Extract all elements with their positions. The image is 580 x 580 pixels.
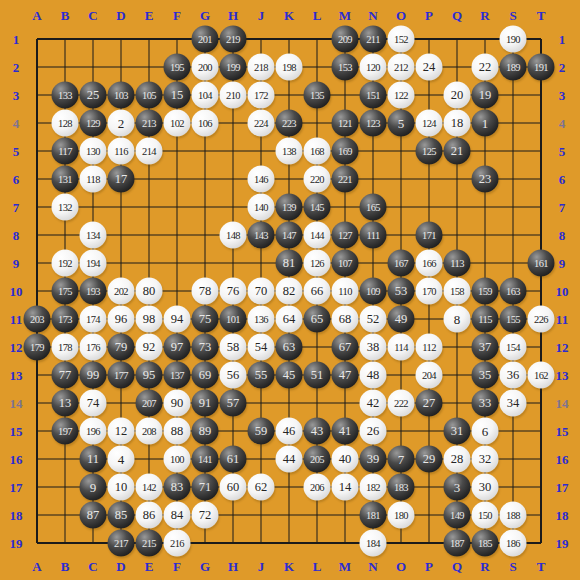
move-number: 184 <box>366 530 380 557</box>
move-number: 162 <box>534 362 548 389</box>
col-label-bottom-N: N <box>368 560 377 573</box>
stone-Q16: 28 <box>444 446 471 473</box>
move-number: 182 <box>366 474 380 501</box>
move-number: 181 <box>366 502 380 529</box>
stone-M5: 169 <box>332 138 359 165</box>
stone-R12: 37 <box>472 334 499 361</box>
move-number: 191 <box>534 54 548 81</box>
move-number: 180 <box>394 502 408 529</box>
move-number: 47 <box>339 362 352 389</box>
move-number: 96 <box>115 306 128 333</box>
move-number: 175 <box>58 278 72 305</box>
stone-N17: 182 <box>360 474 387 501</box>
stone-F15: 88 <box>164 418 191 445</box>
move-number: 142 <box>142 474 156 501</box>
col-label-top-E: E <box>145 9 154 22</box>
stone-B4: 128 <box>52 110 79 137</box>
move-number: 65 <box>311 306 324 333</box>
move-number: 198 <box>282 54 296 81</box>
move-number: 78 <box>199 278 212 305</box>
stone-Q5: 21 <box>444 138 471 165</box>
stone-H10: 76 <box>220 278 247 305</box>
stone-H1: 219 <box>220 26 247 53</box>
stone-E3: 105 <box>136 82 163 109</box>
stone-D4: 2 <box>108 110 135 137</box>
move-number: 84 <box>171 502 184 529</box>
row-label-right-3: 3 <box>559 89 566 102</box>
row-label-left-12: 12 <box>10 341 23 354</box>
stone-P14: 27 <box>416 390 443 417</box>
move-number: 59 <box>255 418 268 445</box>
stone-O11: 49 <box>388 306 415 333</box>
move-number: 112 <box>422 334 436 361</box>
stone-T9: 161 <box>528 250 555 277</box>
stone-F12: 97 <box>164 334 191 361</box>
move-number: 44 <box>283 446 296 473</box>
stone-J3: 172 <box>248 82 275 109</box>
move-number: 57 <box>227 390 240 417</box>
stone-Q17: 3 <box>444 474 471 501</box>
stone-P10: 170 <box>416 278 443 305</box>
col-label-top-C: C <box>88 9 97 22</box>
stone-P16: 29 <box>416 446 443 473</box>
stone-C17: 9 <box>80 474 107 501</box>
move-number: 210 <box>226 82 240 109</box>
move-number: 15 <box>171 82 184 109</box>
stone-N16: 39 <box>360 446 387 473</box>
move-number: 62 <box>255 474 268 501</box>
move-number: 73 <box>199 334 212 361</box>
stone-J6: 146 <box>248 166 275 193</box>
move-number: 188 <box>506 502 520 529</box>
stone-J7: 140 <box>248 194 275 221</box>
row-label-left-15: 15 <box>10 425 23 438</box>
stone-G3: 104 <box>192 82 219 109</box>
col-label-bottom-P: P <box>425 560 433 573</box>
stone-G10: 78 <box>192 278 219 305</box>
stone-F4: 102 <box>164 110 191 137</box>
move-number: 7 <box>398 446 405 473</box>
stone-G16: 141 <box>192 446 219 473</box>
row-label-left-1: 1 <box>13 33 20 46</box>
move-number: 6 <box>482 418 489 445</box>
stone-Q4: 18 <box>444 110 471 137</box>
move-number: 8 <box>454 306 461 333</box>
row-label-right-13: 13 <box>556 369 569 382</box>
stone-K13: 45 <box>276 362 303 389</box>
move-number: 125 <box>422 138 436 165</box>
move-number: 111 <box>366 222 379 249</box>
move-number: 69 <box>199 362 212 389</box>
move-number: 75 <box>199 306 212 333</box>
move-number: 113 <box>450 250 464 277</box>
stone-S14: 34 <box>500 390 527 417</box>
move-number: 165 <box>366 194 380 221</box>
stone-G15: 89 <box>192 418 219 445</box>
move-number: 140 <box>254 194 268 221</box>
stone-O9: 167 <box>388 250 415 277</box>
move-number: 40 <box>339 446 352 473</box>
move-number: 226 <box>534 306 548 333</box>
stone-O18: 180 <box>388 502 415 529</box>
stone-E11: 98 <box>136 306 163 333</box>
move-number: 150 <box>478 502 492 529</box>
stone-M17: 14 <box>332 474 359 501</box>
move-number: 163 <box>506 278 520 305</box>
row-label-right-18: 18 <box>556 509 569 522</box>
move-number: 34 <box>507 390 520 417</box>
col-label-top-N: N <box>368 9 377 22</box>
stone-C15: 196 <box>80 418 107 445</box>
move-number: 102 <box>170 110 184 137</box>
col-label-bottom-A: A <box>32 560 41 573</box>
stone-D3: 103 <box>108 82 135 109</box>
stone-F18: 84 <box>164 502 191 529</box>
stone-R17: 30 <box>472 474 499 501</box>
move-number: 46 <box>283 418 296 445</box>
stone-K11: 64 <box>276 306 303 333</box>
move-number: 55 <box>255 362 268 389</box>
col-label-bottom-L: L <box>313 560 322 573</box>
stone-R18: 150 <box>472 502 499 529</box>
move-number: 199 <box>226 54 240 81</box>
stone-F14: 90 <box>164 390 191 417</box>
move-number: 105 <box>142 82 156 109</box>
col-label-top-Q: Q <box>452 9 462 22</box>
stone-E19: 215 <box>136 530 163 557</box>
row-label-left-9: 9 <box>13 257 20 270</box>
move-number: 43 <box>311 418 324 445</box>
stone-F2: 195 <box>164 54 191 81</box>
stone-O12: 114 <box>388 334 415 361</box>
col-label-top-M: M <box>339 9 351 22</box>
move-number: 168 <box>310 138 324 165</box>
stone-R6: 23 <box>472 166 499 193</box>
move-number: 149 <box>450 502 464 529</box>
stone-S13: 36 <box>500 362 527 389</box>
move-number: 144 <box>310 222 324 249</box>
col-label-top-L: L <box>313 9 322 22</box>
stone-C6: 118 <box>80 166 107 193</box>
stone-E14: 207 <box>136 390 163 417</box>
stone-L8: 144 <box>304 222 331 249</box>
move-number: 31 <box>451 418 464 445</box>
move-number: 53 <box>395 278 408 305</box>
move-number: 171 <box>422 222 436 249</box>
move-number: 5 <box>398 110 405 137</box>
move-number: 91 <box>199 390 212 417</box>
move-number: 208 <box>142 418 156 445</box>
move-number: 51 <box>311 362 324 389</box>
stone-E5: 214 <box>136 138 163 165</box>
stone-N15: 26 <box>360 418 387 445</box>
move-number: 41 <box>339 418 352 445</box>
stone-G12: 73 <box>192 334 219 361</box>
move-number: 20 <box>451 82 464 109</box>
stone-N4: 123 <box>360 110 387 137</box>
move-number: 169 <box>338 138 352 165</box>
move-number: 201 <box>198 26 212 53</box>
stone-M9: 107 <box>332 250 359 277</box>
stone-P12: 112 <box>416 334 443 361</box>
col-label-top-K: K <box>284 9 294 22</box>
col-label-bottom-K: K <box>284 560 294 573</box>
stone-O14: 222 <box>388 390 415 417</box>
move-number: 127 <box>338 222 352 249</box>
move-number: 167 <box>394 250 408 277</box>
stone-P2: 24 <box>416 54 443 81</box>
col-label-bottom-T: T <box>537 560 546 573</box>
move-number: 204 <box>422 362 436 389</box>
stone-D19: 217 <box>108 530 135 557</box>
move-number: 2 <box>118 110 125 137</box>
move-number: 58 <box>227 334 240 361</box>
move-number: 132 <box>58 194 72 221</box>
col-label-top-G: G <box>200 9 210 22</box>
col-label-bottom-C: C <box>88 560 97 573</box>
move-number: 17 <box>115 166 128 193</box>
stone-L16: 205 <box>304 446 331 473</box>
stone-D17: 10 <box>108 474 135 501</box>
stone-S1: 190 <box>500 26 527 53</box>
stone-F13: 137 <box>164 362 191 389</box>
move-number: 223 <box>282 110 296 137</box>
move-number: 38 <box>367 334 380 361</box>
move-number: 28 <box>451 446 464 473</box>
move-number: 80 <box>143 278 156 305</box>
row-label-left-18: 18 <box>10 509 23 522</box>
move-number: 98 <box>143 306 156 333</box>
row-label-right-11: 11 <box>556 313 568 326</box>
stone-C14: 74 <box>80 390 107 417</box>
col-label-bottom-H: H <box>228 560 238 573</box>
move-number: 77 <box>59 362 72 389</box>
move-number: 179 <box>30 334 44 361</box>
move-number: 147 <box>282 222 296 249</box>
stone-Q10: 158 <box>444 278 471 305</box>
stone-J13: 55 <box>248 362 275 389</box>
move-number: 67 <box>339 334 352 361</box>
row-label-left-8: 8 <box>13 229 20 242</box>
move-number: 18 <box>451 110 464 137</box>
move-number: 146 <box>254 166 268 193</box>
move-number: 35 <box>479 362 492 389</box>
move-number: 14 <box>339 474 352 501</box>
move-number: 152 <box>394 26 408 53</box>
stone-R13: 35 <box>472 362 499 389</box>
move-number: 196 <box>86 418 100 445</box>
stone-G17: 71 <box>192 474 219 501</box>
move-number: 203 <box>30 306 44 333</box>
move-number: 100 <box>170 446 184 473</box>
stone-M1: 209 <box>332 26 359 53</box>
move-number: 217 <box>114 530 128 557</box>
stone-A12: 179 <box>24 334 51 361</box>
move-number: 79 <box>115 334 128 361</box>
stone-G1: 201 <box>192 26 219 53</box>
move-number: 219 <box>226 26 240 53</box>
stone-Q15: 31 <box>444 418 471 445</box>
move-number: 49 <box>395 306 408 333</box>
move-number: 36 <box>507 362 520 389</box>
stone-D12: 79 <box>108 334 135 361</box>
row-label-right-4: 4 <box>559 117 566 130</box>
move-number: 145 <box>310 194 324 221</box>
move-number: 174 <box>86 306 100 333</box>
col-label-top-J: J <box>258 9 265 22</box>
move-number: 143 <box>254 222 268 249</box>
move-number: 11 <box>87 446 99 473</box>
stone-P4: 124 <box>416 110 443 137</box>
stone-N14: 42 <box>360 390 387 417</box>
move-number: 99 <box>87 362 100 389</box>
row-label-left-14: 14 <box>10 397 23 410</box>
move-number: 107 <box>338 250 352 277</box>
row-label-right-15: 15 <box>556 425 569 438</box>
col-label-bottom-Q: Q <box>452 560 462 573</box>
stone-C12: 176 <box>80 334 107 361</box>
stone-B5: 117 <box>52 138 79 165</box>
move-number: 29 <box>423 446 436 473</box>
move-number: 39 <box>367 446 380 473</box>
stone-L11: 65 <box>304 306 331 333</box>
stone-L10: 66 <box>304 278 331 305</box>
col-label-top-F: F <box>173 9 181 22</box>
stone-N11: 52 <box>360 306 387 333</box>
stone-T2: 191 <box>528 54 555 81</box>
move-number: 13 <box>59 390 72 417</box>
stone-B3: 133 <box>52 82 79 109</box>
stone-R19: 185 <box>472 530 499 557</box>
row-label-right-12: 12 <box>556 341 569 354</box>
move-number: 42 <box>367 390 380 417</box>
move-number: 70 <box>255 278 268 305</box>
move-number: 90 <box>171 390 184 417</box>
move-number: 207 <box>142 390 156 417</box>
stone-G4: 106 <box>192 110 219 137</box>
row-label-left-16: 16 <box>10 453 23 466</box>
stone-B7: 132 <box>52 194 79 221</box>
move-number: 54 <box>255 334 268 361</box>
row-label-right-5: 5 <box>559 145 566 158</box>
col-label-bottom-M: M <box>339 560 351 573</box>
stone-G18: 72 <box>192 502 219 529</box>
move-number: 178 <box>58 334 72 361</box>
move-number: 130 <box>86 138 100 165</box>
move-number: 25 <box>87 82 100 109</box>
col-label-bottom-B: B <box>61 560 70 573</box>
go-board[interactable]: AABBCCDDEEFFGGHHJJKKLLMMNNOOPPQQRRSSTT11… <box>0 0 580 580</box>
stone-H13: 56 <box>220 362 247 389</box>
col-label-bottom-D: D <box>116 560 125 573</box>
move-number: 94 <box>171 306 184 333</box>
stone-B10: 175 <box>52 278 79 305</box>
col-label-bottom-R: R <box>480 560 489 573</box>
stone-H11: 101 <box>220 306 247 333</box>
stone-B15: 197 <box>52 418 79 445</box>
move-number: 158 <box>450 278 464 305</box>
stone-F17: 83 <box>164 474 191 501</box>
move-number: 104 <box>198 82 212 109</box>
stone-G11: 75 <box>192 306 219 333</box>
move-number: 117 <box>58 138 72 165</box>
move-number: 159 <box>478 278 492 305</box>
stone-M15: 41 <box>332 418 359 445</box>
col-label-bottom-G: G <box>200 560 210 573</box>
stone-O17: 183 <box>388 474 415 501</box>
move-number: 56 <box>227 362 240 389</box>
move-number: 172 <box>254 82 268 109</box>
move-number: 9 <box>90 474 97 501</box>
row-label-left-11: 11 <box>10 313 22 326</box>
row-label-left-6: 6 <box>13 173 20 186</box>
stone-E17: 142 <box>136 474 163 501</box>
move-number: 86 <box>143 502 156 529</box>
row-label-left-2: 2 <box>13 61 20 74</box>
col-label-top-P: P <box>425 9 433 22</box>
stone-L5: 168 <box>304 138 331 165</box>
move-number: 71 <box>199 474 212 501</box>
move-number: 37 <box>479 334 492 361</box>
move-number: 123 <box>366 110 380 137</box>
move-number: 81 <box>283 250 296 277</box>
move-number: 110 <box>338 278 352 305</box>
stone-Q9: 113 <box>444 250 471 277</box>
stone-L3: 135 <box>304 82 331 109</box>
stone-E13: 95 <box>136 362 163 389</box>
stone-F3: 15 <box>164 82 191 109</box>
stone-C4: 129 <box>80 110 107 137</box>
move-number: 122 <box>394 82 408 109</box>
stone-J12: 54 <box>248 334 275 361</box>
stone-K16: 44 <box>276 446 303 473</box>
move-number: 103 <box>114 82 128 109</box>
move-number: 209 <box>338 26 352 53</box>
stone-G14: 91 <box>192 390 219 417</box>
move-number: 183 <box>394 474 408 501</box>
stone-B13: 77 <box>52 362 79 389</box>
stone-G2: 200 <box>192 54 219 81</box>
stone-R15: 6 <box>472 418 499 445</box>
stone-M10: 110 <box>332 278 359 305</box>
move-number: 85 <box>115 502 128 529</box>
stone-O1: 152 <box>388 26 415 53</box>
col-label-top-T: T <box>537 9 546 22</box>
stone-M6: 221 <box>332 166 359 193</box>
stone-R2: 22 <box>472 54 499 81</box>
move-number: 154 <box>506 334 520 361</box>
move-number: 72 <box>199 502 212 529</box>
move-number: 185 <box>478 530 492 557</box>
move-number: 148 <box>226 222 240 249</box>
move-number: 189 <box>506 54 520 81</box>
stone-H2: 199 <box>220 54 247 81</box>
stone-L13: 51 <box>304 362 331 389</box>
move-number: 187 <box>450 530 464 557</box>
stone-F11: 94 <box>164 306 191 333</box>
stone-K15: 46 <box>276 418 303 445</box>
stone-L9: 126 <box>304 250 331 277</box>
stone-S19: 186 <box>500 530 527 557</box>
stone-H3: 210 <box>220 82 247 109</box>
move-number: 116 <box>114 138 128 165</box>
move-number: 60 <box>227 474 240 501</box>
move-number: 177 <box>114 362 128 389</box>
stone-M11: 68 <box>332 306 359 333</box>
stone-L7: 145 <box>304 194 331 221</box>
stone-C11: 174 <box>80 306 107 333</box>
stone-B9: 192 <box>52 250 79 277</box>
